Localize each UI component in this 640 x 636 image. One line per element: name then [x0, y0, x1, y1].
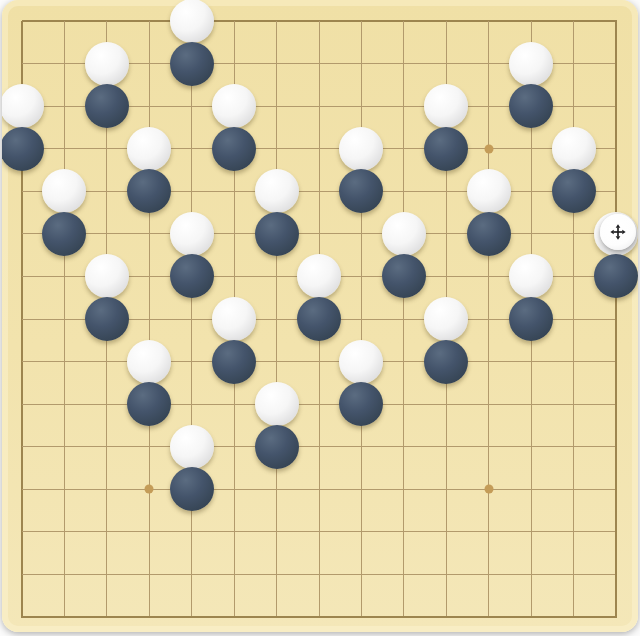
- grid-line-horizontal: [22, 574, 617, 575]
- go-board[interactable]: [2, 0, 638, 632]
- grid-line-vertical: [276, 21, 277, 618]
- black-stone: [255, 425, 299, 469]
- white-stone: [255, 382, 299, 426]
- grid-line-horizontal: [22, 531, 617, 532]
- star-point: [145, 485, 154, 494]
- black-stone: [2, 127, 44, 171]
- black-stone: [382, 254, 426, 298]
- grid-line-horizontal: [22, 148, 617, 149]
- grid-line-vertical: [615, 21, 617, 618]
- grid-line-horizontal: [22, 361, 617, 362]
- white-stone: [2, 84, 44, 128]
- black-stone: [467, 212, 511, 256]
- black-stone: [42, 212, 86, 256]
- grid-line-vertical: [488, 21, 489, 618]
- grid-line-vertical: [403, 21, 404, 618]
- grid-line-vertical: [573, 21, 574, 618]
- white-stone: [85, 254, 129, 298]
- black-stone: [127, 382, 171, 426]
- white-stone: [509, 42, 553, 86]
- grid-line-vertical: [361, 21, 362, 618]
- grid-line-horizontal: [22, 616, 617, 618]
- black-stone: [85, 297, 129, 341]
- grid-line-horizontal: [22, 233, 617, 234]
- white-stone: [424, 297, 468, 341]
- black-stone: [339, 382, 383, 426]
- white-stone: [339, 340, 383, 384]
- white-stone: [212, 297, 256, 341]
- black-stone: [594, 254, 638, 298]
- white-stone: [127, 340, 171, 384]
- white-stone: [552, 127, 596, 171]
- white-stone: [297, 254, 341, 298]
- white-stone: [212, 84, 256, 128]
- grid-line-vertical: [149, 21, 150, 618]
- grid-line-horizontal: [22, 489, 617, 490]
- black-stone: [170, 254, 214, 298]
- white-stone: [467, 169, 511, 213]
- white-stone: [85, 42, 129, 86]
- grid-line-horizontal: [22, 446, 617, 447]
- white-stone: [170, 212, 214, 256]
- black-stone: [509, 84, 553, 128]
- black-stone: [170, 467, 214, 511]
- black-stone: [85, 84, 129, 128]
- black-stone: [212, 340, 256, 384]
- white-stone: [255, 169, 299, 213]
- black-stone: [339, 169, 383, 213]
- grid-line-vertical: [64, 21, 65, 618]
- black-stone: [424, 340, 468, 384]
- star-point: [484, 144, 493, 153]
- white-stone: [170, 425, 214, 469]
- white-stone: [42, 169, 86, 213]
- white-stone: [127, 127, 171, 171]
- black-stone: [509, 297, 553, 341]
- black-stone: [424, 127, 468, 171]
- black-stone: [170, 42, 214, 86]
- grid-line-horizontal: [22, 20, 617, 22]
- grid-line-vertical: [191, 21, 192, 618]
- white-stone: [509, 254, 553, 298]
- black-stone: [552, 169, 596, 213]
- white-stone: [339, 127, 383, 171]
- grid-line-horizontal: [22, 191, 617, 192]
- black-stone: [297, 297, 341, 341]
- white-stone: [382, 212, 426, 256]
- black-stone: [255, 212, 299, 256]
- grid-line-horizontal: [22, 404, 617, 405]
- white-stone: [170, 0, 214, 43]
- black-stone: [212, 127, 256, 171]
- move-cursor-icon: [600, 214, 636, 250]
- black-stone: [127, 169, 171, 213]
- white-stone: [424, 84, 468, 128]
- star-point: [484, 485, 493, 494]
